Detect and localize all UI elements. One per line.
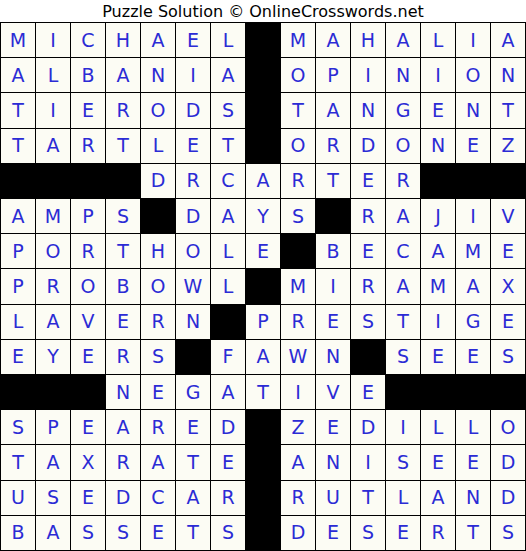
letter-cell: C (141, 481, 175, 515)
letter-cell: I (351, 58, 385, 92)
letter-cell: N (351, 93, 385, 127)
letter-cell: A (36, 516, 70, 550)
letter-cell: M (421, 269, 455, 303)
letter-cell: S (1, 410, 35, 444)
letter-cell: E (106, 305, 140, 339)
letter-cell: D (141, 164, 175, 198)
letter-cell: O (456, 58, 490, 92)
block-cell (36, 375, 70, 409)
letter-cell: I (456, 199, 490, 233)
letter-cell: A (456, 269, 490, 303)
letter-cell: S (36, 481, 70, 515)
block-cell (246, 445, 280, 479)
letter-cell: G (176, 375, 210, 409)
letter-cell: N (456, 93, 490, 127)
letter-cell: O (176, 234, 210, 268)
letter-cell: I (36, 23, 70, 57)
letter-cell: F (211, 340, 245, 374)
letter-cell: L (421, 410, 455, 444)
letter-cell: L (421, 23, 455, 57)
letter-cell: P (316, 58, 350, 92)
letter-cell: S (351, 305, 385, 339)
letter-cell: R (386, 164, 420, 198)
block-cell (456, 375, 490, 409)
letter-cell: D (176, 93, 210, 127)
letter-cell: O (141, 269, 175, 303)
letter-cell: V (71, 305, 105, 339)
letter-cell: M (456, 234, 490, 268)
letter-cell: A (141, 445, 175, 479)
letter-cell: R (176, 164, 210, 198)
letter-cell: E (316, 305, 350, 339)
letter-cell: O (36, 234, 70, 268)
letter-cell: G (456, 305, 490, 339)
letter-cell: E (176, 410, 210, 444)
letter-cell: E (456, 445, 490, 479)
letter-cell: U (316, 481, 350, 515)
letter-cell: L (386, 481, 420, 515)
letter-cell: N (141, 58, 175, 92)
letter-cell: A (281, 445, 315, 479)
letter-cell: C (71, 23, 105, 57)
letter-cell: A (316, 23, 350, 57)
letter-cell: Y (36, 340, 70, 374)
letter-cell: B (1, 516, 35, 550)
letter-cell: S (141, 340, 175, 374)
letter-cell: D (491, 445, 525, 479)
page-title: Puzzle Solution © OnlineCrosswords.net (0, 0, 526, 22)
letter-cell: P (246, 305, 280, 339)
block-cell (246, 93, 280, 127)
letter-cell: R (36, 269, 70, 303)
letter-cell: O (141, 93, 175, 127)
letter-cell: I (351, 445, 385, 479)
letter-cell: N (106, 375, 140, 409)
letter-cell: A (316, 93, 350, 127)
letter-cell: E (491, 305, 525, 339)
letter-cell: T (351, 481, 385, 515)
block-cell (316, 199, 350, 233)
letter-cell: M (281, 23, 315, 57)
block-cell (246, 410, 280, 444)
letter-cell: T (1, 445, 35, 479)
letter-cell: N (456, 481, 490, 515)
block-cell (246, 58, 280, 92)
block-cell (106, 164, 140, 198)
letter-cell: S (491, 340, 525, 374)
letter-cell: T (281, 93, 315, 127)
letter-cell: A (176, 481, 210, 515)
letter-cell: R (106, 93, 140, 127)
letter-cell: N (386, 58, 420, 92)
letter-cell: T (176, 445, 210, 479)
letter-cell: T (316, 164, 350, 198)
letter-cell: N (491, 58, 525, 92)
letter-cell: A (36, 305, 70, 339)
block-cell (491, 164, 525, 198)
letter-cell: V (491, 199, 525, 233)
letter-cell: Y (246, 199, 280, 233)
letter-cell: R (106, 445, 140, 479)
letter-cell: S (351, 516, 385, 550)
letter-cell: A (421, 481, 455, 515)
letter-cell: L (211, 269, 245, 303)
letter-cell: G (386, 93, 420, 127)
letter-cell: E (71, 340, 105, 374)
letter-cell: A (211, 58, 245, 92)
letter-cell: I (176, 58, 210, 92)
letter-cell: D (351, 410, 385, 444)
letter-cell: A (36, 129, 70, 163)
letter-cell: S (386, 340, 420, 374)
letter-cell: D (211, 410, 245, 444)
letter-cell: P (1, 234, 35, 268)
block-cell (246, 516, 280, 550)
block-cell (421, 375, 455, 409)
letter-cell: L (211, 23, 245, 57)
letter-cell: T (456, 516, 490, 550)
letter-cell: R (141, 410, 175, 444)
block-cell (176, 340, 210, 374)
letter-cell: O (71, 269, 105, 303)
letter-cell: V (316, 375, 350, 409)
block-cell (246, 129, 280, 163)
letter-cell: I (281, 375, 315, 409)
letter-cell: D (106, 481, 140, 515)
letter-cell: E (71, 93, 105, 127)
letter-cell: C (211, 164, 245, 198)
letter-cell: I (386, 410, 420, 444)
letter-cell: R (421, 516, 455, 550)
letter-cell: D (491, 481, 525, 515)
letter-cell: E (491, 234, 525, 268)
block-cell (141, 199, 175, 233)
block-cell (456, 164, 490, 198)
letter-cell: L (211, 234, 245, 268)
letter-cell: W (281, 340, 315, 374)
letter-cell: T (106, 234, 140, 268)
letter-cell: T (211, 129, 245, 163)
letter-cell: D (351, 129, 385, 163)
letter-cell: S (211, 516, 245, 550)
letter-cell: I (421, 58, 455, 92)
letter-cell: D (176, 199, 210, 233)
letter-cell: E (176, 129, 210, 163)
letter-cell: O (281, 129, 315, 163)
letter-cell: T (176, 516, 210, 550)
block-cell (386, 375, 420, 409)
letter-cell: E (316, 410, 350, 444)
letter-cell: P (36, 410, 70, 444)
letter-cell: T (106, 129, 140, 163)
letter-cell: T (386, 305, 420, 339)
letter-cell: A (141, 23, 175, 57)
letter-cell: R (281, 164, 315, 198)
block-cell (351, 340, 385, 374)
letter-cell: T (491, 93, 525, 127)
letter-cell: P (71, 199, 105, 233)
letter-cell: D (281, 516, 315, 550)
crossword-grid: MICHAELMAHALIAALBANIAOPINIONTIERODSTANGE… (0, 22, 526, 551)
block-cell (281, 234, 315, 268)
letter-cell: A (246, 164, 280, 198)
letter-cell: R (106, 340, 140, 374)
letter-cell: E (246, 234, 280, 268)
letter-cell: S (211, 93, 245, 127)
letter-cell: T (246, 375, 280, 409)
letter-cell: H (351, 23, 385, 57)
letter-cell: E (71, 410, 105, 444)
letter-cell: E (456, 129, 490, 163)
block-cell (246, 23, 280, 57)
block-cell (246, 481, 280, 515)
letter-cell: A (1, 58, 35, 92)
block-cell (421, 164, 455, 198)
letter-cell: L (456, 410, 490, 444)
block-cell (36, 164, 70, 198)
letter-cell: A (36, 445, 70, 479)
letter-cell: X (491, 269, 525, 303)
letter-cell: O (386, 129, 420, 163)
letter-cell: B (316, 234, 350, 268)
letter-cell: N (421, 129, 455, 163)
puzzle-page: Puzzle Solution © OnlineCrosswords.net M… (0, 0, 526, 551)
letter-cell: E (1, 340, 35, 374)
letter-cell: A (211, 375, 245, 409)
letter-cell: S (386, 445, 420, 479)
letter-cell: E (141, 375, 175, 409)
letter-cell: B (71, 58, 105, 92)
letter-cell: S (281, 199, 315, 233)
letter-cell: S (491, 516, 525, 550)
letter-cell: L (36, 58, 70, 92)
letter-cell: S (106, 199, 140, 233)
letter-cell: E (351, 375, 385, 409)
letter-cell: A (106, 58, 140, 92)
letter-cell: S (71, 516, 105, 550)
letter-cell: E (211, 445, 245, 479)
letter-cell: E (351, 234, 385, 268)
block-cell (211, 305, 245, 339)
letter-cell: O (281, 58, 315, 92)
block-cell (1, 164, 35, 198)
letter-cell: J (421, 199, 455, 233)
letter-cell: N (316, 340, 350, 374)
letter-cell: U (1, 481, 35, 515)
letter-cell: A (211, 199, 245, 233)
letter-cell: H (141, 234, 175, 268)
letter-cell: A (386, 199, 420, 233)
letter-cell: E (421, 93, 455, 127)
letter-cell: A (386, 23, 420, 57)
letter-cell: I (421, 305, 455, 339)
letter-cell: N (176, 305, 210, 339)
letter-cell: E (386, 516, 420, 550)
letter-cell: R (71, 129, 105, 163)
letter-cell: T (1, 129, 35, 163)
letter-cell: R (351, 199, 385, 233)
letter-cell: A (106, 410, 140, 444)
letter-cell: R (71, 234, 105, 268)
letter-cell: E (421, 340, 455, 374)
letter-cell: M (281, 269, 315, 303)
block-cell (71, 375, 105, 409)
letter-cell: R (281, 305, 315, 339)
letter-cell: A (421, 234, 455, 268)
letter-cell: H (106, 23, 140, 57)
block-cell (71, 164, 105, 198)
letter-cell: B (106, 269, 140, 303)
letter-cell: E (421, 445, 455, 479)
letter-cell: L (1, 305, 35, 339)
letter-cell: S (106, 516, 140, 550)
letter-cell: T (1, 93, 35, 127)
letter-cell: C (386, 234, 420, 268)
letter-cell: E (316, 516, 350, 550)
letter-cell: R (316, 129, 350, 163)
block-cell (491, 375, 525, 409)
letter-cell: I (456, 23, 490, 57)
block-cell (246, 269, 280, 303)
letter-cell: N (316, 445, 350, 479)
letter-cell: O (491, 410, 525, 444)
letter-cell: E (71, 481, 105, 515)
letter-cell: M (1, 23, 35, 57)
letter-cell: R (211, 481, 245, 515)
letter-cell: I (316, 269, 350, 303)
letter-cell: R (141, 305, 175, 339)
letter-cell: Z (281, 410, 315, 444)
letter-cell: R (281, 481, 315, 515)
letter-cell: R (351, 269, 385, 303)
letter-cell: M (36, 199, 70, 233)
letter-cell: E (176, 23, 210, 57)
letter-cell: A (246, 340, 280, 374)
letter-cell: W (176, 269, 210, 303)
letter-cell: X (71, 445, 105, 479)
block-cell (1, 375, 35, 409)
letter-cell: E (141, 516, 175, 550)
letter-cell: E (351, 164, 385, 198)
letter-cell: A (1, 199, 35, 233)
letter-cell: A (386, 269, 420, 303)
letter-cell: Z (491, 129, 525, 163)
letter-cell: A (491, 23, 525, 57)
letter-cell: E (456, 340, 490, 374)
letter-cell: P (1, 269, 35, 303)
letter-cell: L (141, 129, 175, 163)
letter-cell: I (36, 93, 70, 127)
